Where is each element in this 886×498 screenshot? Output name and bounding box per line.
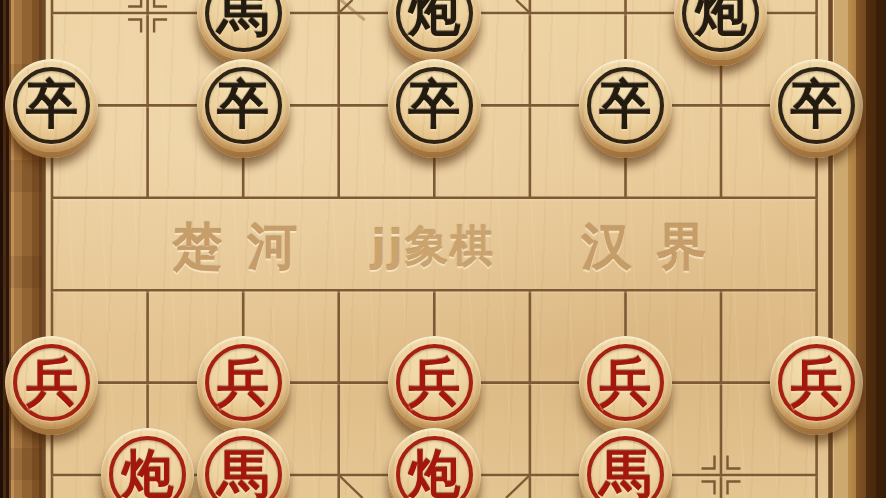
piece-red-horse[interactable]: 馬 — [197, 428, 290, 498]
piece-character: 馬 — [579, 427, 672, 498]
pieces-grid: 馬炮炮卒卒卒卒卒兵兵兵兵兵炮馬炮馬 — [4, 0, 864, 498]
piece-black-soldier[interactable]: 卒 — [770, 59, 863, 152]
piece-character: 卒 — [5, 58, 98, 151]
piece-character: 炮 — [388, 427, 481, 498]
piece-character: 兵 — [388, 335, 481, 428]
piece-character: 炮 — [388, 0, 481, 59]
piece-red-horse[interactable]: 馬 — [579, 428, 672, 498]
piece-black-soldier[interactable]: 卒 — [579, 59, 672, 152]
piece-red-soldier[interactable]: 兵 — [5, 336, 98, 429]
piece-red-cannon[interactable]: 炮 — [388, 428, 481, 498]
piece-red-soldier[interactable]: 兵 — [197, 336, 290, 429]
piece-black-soldier[interactable]: 卒 — [197, 59, 290, 152]
piece-black-horse[interactable]: 馬 — [197, 0, 290, 60]
piece-character: 兵 — [770, 335, 863, 428]
piece-red-soldier[interactable]: 兵 — [388, 336, 481, 429]
piece-character: 馬 — [197, 427, 290, 498]
piece-character: 炮 — [674, 0, 767, 59]
piece-character: 炮 — [101, 427, 194, 498]
piece-red-soldier[interactable]: 兵 — [770, 336, 863, 429]
piece-red-soldier[interactable]: 兵 — [579, 336, 672, 429]
piece-black-cannon[interactable]: 炮 — [674, 0, 767, 60]
piece-red-cannon[interactable]: 炮 — [101, 428, 194, 498]
piece-black-cannon[interactable]: 炮 — [388, 0, 481, 60]
piece-black-soldier[interactable]: 卒 — [388, 59, 481, 152]
piece-character: 卒 — [770, 58, 863, 151]
piece-black-soldier[interactable]: 卒 — [5, 59, 98, 152]
xiangqi-board: 楚河 jj象棋 汉界 馬炮炮卒卒卒卒卒兵兵兵兵兵炮馬炮馬 — [0, 0, 886, 498]
piece-character: 兵 — [579, 335, 672, 428]
piece-character: 卒 — [579, 58, 672, 151]
piece-character: 馬 — [197, 0, 290, 59]
piece-character: 卒 — [197, 58, 290, 151]
piece-character: 卒 — [388, 58, 481, 151]
piece-character: 兵 — [5, 335, 98, 428]
piece-character: 兵 — [197, 335, 290, 428]
